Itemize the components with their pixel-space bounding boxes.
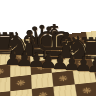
rosette-icon: ❋ [73, 35, 83, 42]
rosette-icon: ❋ [94, 45, 96, 52]
rosette-icon: ❋ [36, 63, 46, 71]
board-grid: ❋❋❋❋❋❋❋❋❋❋❋❋❋❋❋❋❋❋❋❋❋❋❋❋❋❋❋❋❋❋❋❋ [0, 28, 96, 96]
square-b4: ❋ [0, 91, 10, 96]
rosette-icon: ❋ [81, 86, 92, 95]
chess-set-photo: ❋❋❋❋❋❋❋❋❋❋❋❋❋❋❋❋❋❋❋❋❋❋❋❋❋❋❋❋❋❋❋❋ ♜♞♝♛♚♝♞… [0, 0, 96, 96]
rosette-icon: ❋ [35, 39, 44, 46]
square-c4 [10, 89, 32, 96]
rosette-icon: ❋ [0, 68, 5, 76]
rosette-icon: ❋ [16, 79, 26, 87]
square-e4 [53, 84, 77, 96]
square-g8 [86, 30, 96, 43]
square-d4: ❋ [32, 87, 55, 96]
rosette-icon: ❋ [0, 95, 4, 96]
rosette-icon: ❋ [58, 74, 68, 82]
rosette-icon: ❋ [55, 49, 65, 56]
chessboard: ❋❋❋❋❋❋❋❋❋❋❋❋❋❋❋❋❋❋❋❋❋❋❋❋❋❋❋❋❋❋❋❋ [0, 28, 96, 96]
square-f4: ❋ [75, 82, 96, 96]
rosette-icon: ❋ [0, 43, 5, 50]
rosette-icon: ❋ [16, 53, 25, 60]
rosette-icon: ❋ [38, 91, 48, 96]
square-g7: ❋ [88, 41, 96, 55]
rosette-icon: ❋ [77, 59, 87, 67]
